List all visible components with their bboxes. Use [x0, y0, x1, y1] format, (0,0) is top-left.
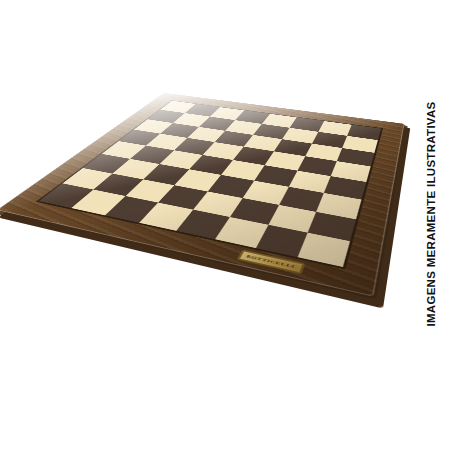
watermark-text: IMAGENS MERAMENTE ILUSTRATIVAS: [425, 101, 441, 327]
chessboard: BOTTICELLI: [0, 93, 404, 297]
playing-area: [36, 100, 383, 269]
product-photo-canvas: BOTTICELLI IMAGENS MERAMENTE ILUSTRATIVA…: [0, 0, 450, 450]
